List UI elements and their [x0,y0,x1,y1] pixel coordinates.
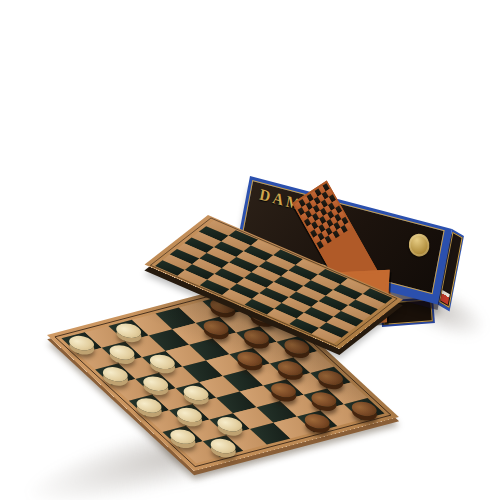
product-photo-scene: DAME [0,0,500,500]
gold-medallion-icon [407,231,431,258]
